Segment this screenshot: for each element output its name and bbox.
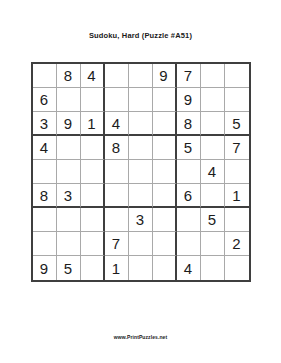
sudoku-cell-r2c3[interactable] (81, 88, 105, 112)
sudoku-cell-r3c7[interactable]: 8 (177, 112, 201, 136)
sudoku-cell-r1c2[interactable]: 8 (57, 64, 81, 88)
sudoku-cell-r4c6[interactable] (153, 136, 177, 160)
sudoku-cell-r7c7[interactable] (177, 208, 201, 232)
sudoku-cell-r2c2[interactable] (57, 88, 81, 112)
sudoku-cell-r9c7[interactable]: 4 (177, 256, 201, 280)
sudoku-cell-r3c8[interactable] (201, 112, 225, 136)
sudoku-cell-r7c3[interactable] (81, 208, 105, 232)
sudoku-cell-r3c5[interactable] (129, 112, 153, 136)
sudoku-cell-r7c8[interactable]: 5 (201, 208, 225, 232)
sudoku-cell-r3c3[interactable]: 1 (81, 112, 105, 136)
sudoku-cell-r4c2[interactable] (57, 136, 81, 160)
sudoku-cell-r3c4[interactable]: 4 (105, 112, 129, 136)
sudoku-cell-r9c8[interactable] (201, 256, 225, 280)
sudoku-cell-r9c1[interactable]: 9 (33, 256, 57, 280)
sudoku-cell-r8c7[interactable] (177, 232, 201, 256)
sudoku-cell-r8c8[interactable] (201, 232, 225, 256)
sudoku-cell-r5c4[interactable] (105, 160, 129, 184)
sudoku-cell-r5c6[interactable] (153, 160, 177, 184)
sudoku-cell-r8c6[interactable] (153, 232, 177, 256)
sudoku-cell-r7c4[interactable] (105, 208, 129, 232)
sudoku-cell-r1c4[interactable] (105, 64, 129, 88)
sudoku-cell-r9c3[interactable] (81, 256, 105, 280)
site-credit: www.PrintPuzzles.net (0, 334, 281, 340)
sudoku-cell-r1c9[interactable] (225, 64, 249, 88)
sudoku-cell-r3c2[interactable]: 9 (57, 112, 81, 136)
sudoku-cell-r6c5[interactable] (129, 184, 153, 208)
sudoku-cell-r6c4[interactable] (105, 184, 129, 208)
sudoku-cell-r8c5[interactable] (129, 232, 153, 256)
sudoku-cell-r1c3[interactable]: 4 (81, 64, 105, 88)
sudoku-cell-r6c7[interactable]: 6 (177, 184, 201, 208)
sudoku-cell-r2c6[interactable] (153, 88, 177, 112)
sudoku-cell-r5c7[interactable] (177, 160, 201, 184)
sudoku-cell-r8c9[interactable]: 2 (225, 232, 249, 256)
sudoku-cell-r5c2[interactable] (57, 160, 81, 184)
sudoku-cell-r6c2[interactable]: 3 (57, 184, 81, 208)
sudoku-cell-r1c8[interactable] (201, 64, 225, 88)
sudoku-cell-r9c6[interactable] (153, 256, 177, 280)
sudoku-cell-r8c4[interactable]: 7 (105, 232, 129, 256)
sudoku-cell-r9c9[interactable] (225, 256, 249, 280)
sudoku-cell-r1c7[interactable]: 7 (177, 64, 201, 88)
sudoku-cell-r7c6[interactable] (153, 208, 177, 232)
sudoku-page: Sudoku, Hard (Puzzle #A51) 8497693914854… (0, 0, 281, 363)
sudoku-cell-r6c6[interactable] (153, 184, 177, 208)
sudoku-cell-r8c3[interactable] (81, 232, 105, 256)
sudoku-cell-r1c1[interactable] (33, 64, 57, 88)
sudoku-cell-r3c6[interactable] (153, 112, 177, 136)
sudoku-cell-r4c3[interactable] (81, 136, 105, 160)
sudoku-cell-r7c9[interactable] (225, 208, 249, 232)
puzzle-title: Sudoku, Hard (Puzzle #A51) (0, 31, 281, 40)
sudoku-cell-r8c2[interactable] (57, 232, 81, 256)
sudoku-cell-r2c4[interactable] (105, 88, 129, 112)
sudoku-cell-r8c1[interactable] (33, 232, 57, 256)
sudoku-cell-r9c4[interactable]: 1 (105, 256, 129, 280)
sudoku-cell-r2c5[interactable] (129, 88, 153, 112)
sudoku-cell-r5c9[interactable] (225, 160, 249, 184)
sudoku-cell-r7c5[interactable]: 3 (129, 208, 153, 232)
sudoku-cell-r5c8[interactable]: 4 (201, 160, 225, 184)
sudoku-cell-r1c6[interactable]: 9 (153, 64, 177, 88)
sudoku-cell-r9c2[interactable]: 5 (57, 256, 81, 280)
sudoku-cell-r6c1[interactable]: 8 (33, 184, 57, 208)
sudoku-cell-r7c1[interactable] (33, 208, 57, 232)
sudoku-cell-r4c5[interactable] (129, 136, 153, 160)
sudoku-cell-r6c8[interactable] (201, 184, 225, 208)
sudoku-cell-r5c5[interactable] (129, 160, 153, 184)
sudoku-grid: 84976939148548574836135729514 (31, 62, 251, 282)
sudoku-cell-r5c3[interactable] (81, 160, 105, 184)
sudoku-cell-r2c1[interactable]: 6 (33, 88, 57, 112)
sudoku-cell-r3c9[interactable]: 5 (225, 112, 249, 136)
sudoku-cell-r5c1[interactable] (33, 160, 57, 184)
sudoku-cell-r1c5[interactable] (129, 64, 153, 88)
sudoku-cell-r4c7[interactable]: 5 (177, 136, 201, 160)
sudoku-cell-r9c5[interactable] (129, 256, 153, 280)
sudoku-cell-r4c4[interactable]: 8 (105, 136, 129, 160)
sudoku-cell-r4c8[interactable] (201, 136, 225, 160)
sudoku-cell-r3c1[interactable]: 3 (33, 112, 57, 136)
sudoku-cell-r2c8[interactable] (201, 88, 225, 112)
sudoku-cell-r2c7[interactable]: 9 (177, 88, 201, 112)
sudoku-cell-r6c3[interactable] (81, 184, 105, 208)
sudoku-cell-r7c2[interactable] (57, 208, 81, 232)
sudoku-cell-r4c9[interactable]: 7 (225, 136, 249, 160)
sudoku-cell-r2c9[interactable] (225, 88, 249, 112)
sudoku-cell-r6c9[interactable]: 1 (225, 184, 249, 208)
sudoku-cell-r4c1[interactable]: 4 (33, 136, 57, 160)
